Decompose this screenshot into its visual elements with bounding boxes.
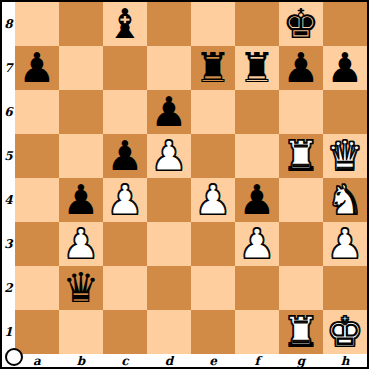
square-h2[interactable] bbox=[323, 266, 367, 310]
square-b3[interactable]: ♟ bbox=[59, 222, 103, 266]
rank-label-5: 5 bbox=[2, 134, 15, 178]
square-h3[interactable]: ♟ bbox=[323, 222, 367, 266]
white-pawn: ♟ bbox=[63, 224, 100, 265]
square-h6[interactable] bbox=[323, 90, 367, 134]
square-a3[interactable] bbox=[15, 222, 59, 266]
square-f2[interactable] bbox=[235, 266, 279, 310]
square-d2[interactable] bbox=[147, 266, 191, 310]
square-d5[interactable]: ♟ bbox=[147, 134, 191, 178]
black-pawn: ♟ bbox=[19, 48, 56, 89]
black-pawn: ♟ bbox=[327, 48, 364, 89]
black-queen: ♛ bbox=[63, 268, 100, 309]
rank-label-4: 4 bbox=[2, 178, 15, 222]
square-b1[interactable] bbox=[59, 310, 103, 354]
square-f8[interactable] bbox=[235, 2, 279, 46]
white-knight: ♞ bbox=[327, 180, 364, 221]
square-g5[interactable]: ♜ bbox=[279, 134, 323, 178]
square-a6[interactable] bbox=[15, 90, 59, 134]
square-f6[interactable] bbox=[235, 90, 279, 134]
square-b6[interactable] bbox=[59, 90, 103, 134]
square-a2[interactable] bbox=[15, 266, 59, 310]
white-pawn: ♟ bbox=[239, 224, 276, 265]
white-pawn: ♟ bbox=[195, 180, 232, 221]
square-e7[interactable]: ♜ bbox=[191, 46, 235, 90]
square-a5[interactable] bbox=[15, 134, 59, 178]
square-e8[interactable] bbox=[191, 2, 235, 46]
square-e5[interactable] bbox=[191, 134, 235, 178]
white-pawn: ♟ bbox=[327, 224, 364, 265]
square-g6[interactable] bbox=[279, 90, 323, 134]
black-king: ♚ bbox=[283, 4, 320, 45]
square-e2[interactable] bbox=[191, 266, 235, 310]
square-e1[interactable] bbox=[191, 310, 235, 354]
square-d3[interactable] bbox=[147, 222, 191, 266]
square-g8[interactable]: ♚ bbox=[279, 2, 323, 46]
black-rook: ♜ bbox=[195, 48, 232, 89]
square-e4[interactable]: ♟ bbox=[191, 178, 235, 222]
square-b5[interactable] bbox=[59, 134, 103, 178]
square-f4[interactable]: ♟ bbox=[235, 178, 279, 222]
chess-board: 8♝♚7♟♜♜♟♟6♟5♟♟♜♛4♟♟♟♟♞3♟♟♟2♛1♜♚abcdefgh bbox=[0, 0, 369, 369]
square-f1[interactable] bbox=[235, 310, 279, 354]
square-g2[interactable] bbox=[279, 266, 323, 310]
square-g4[interactable] bbox=[279, 178, 323, 222]
square-g1[interactable]: ♜ bbox=[279, 310, 323, 354]
rank-label-8: 8 bbox=[2, 2, 15, 46]
square-f5[interactable] bbox=[235, 134, 279, 178]
square-h8[interactable] bbox=[323, 2, 367, 46]
square-c2[interactable] bbox=[103, 266, 147, 310]
square-d7[interactable] bbox=[147, 46, 191, 90]
file-label-g: g bbox=[279, 354, 323, 367]
square-g3[interactable] bbox=[279, 222, 323, 266]
square-b8[interactable] bbox=[59, 2, 103, 46]
white-to-move-indicator bbox=[5, 348, 23, 366]
white-pawn: ♟ bbox=[107, 180, 144, 221]
white-pawn: ♟ bbox=[151, 136, 188, 177]
square-d6[interactable]: ♟ bbox=[147, 90, 191, 134]
white-rook: ♜ bbox=[283, 312, 320, 353]
square-b7[interactable] bbox=[59, 46, 103, 90]
white-king: ♚ bbox=[327, 312, 364, 353]
black-pawn: ♟ bbox=[151, 92, 188, 133]
square-d1[interactable] bbox=[147, 310, 191, 354]
black-pawn: ♟ bbox=[283, 48, 320, 89]
square-h7[interactable]: ♟ bbox=[323, 46, 367, 90]
file-label-d: d bbox=[147, 354, 191, 367]
square-a8[interactable] bbox=[15, 2, 59, 46]
square-b2[interactable]: ♛ bbox=[59, 266, 103, 310]
square-e3[interactable] bbox=[191, 222, 235, 266]
square-d4[interactable] bbox=[147, 178, 191, 222]
square-a7[interactable]: ♟ bbox=[15, 46, 59, 90]
file-label-e: e bbox=[191, 354, 235, 367]
file-label-h: h bbox=[323, 354, 367, 367]
square-c7[interactable] bbox=[103, 46, 147, 90]
white-queen: ♛ bbox=[327, 136, 364, 177]
square-c1[interactable] bbox=[103, 310, 147, 354]
square-b4[interactable]: ♟ bbox=[59, 178, 103, 222]
black-bishop: ♝ bbox=[107, 4, 144, 45]
black-pawn: ♟ bbox=[239, 180, 276, 221]
file-label-b: b bbox=[59, 354, 103, 367]
black-rook: ♜ bbox=[239, 48, 276, 89]
square-a1[interactable] bbox=[15, 310, 59, 354]
rank-label-2: 2 bbox=[2, 266, 15, 310]
square-h4[interactable]: ♞ bbox=[323, 178, 367, 222]
square-c4[interactable]: ♟ bbox=[103, 178, 147, 222]
square-c5[interactable]: ♟ bbox=[103, 134, 147, 178]
rank-label-3: 3 bbox=[2, 222, 15, 266]
square-c8[interactable]: ♝ bbox=[103, 2, 147, 46]
square-h1[interactable]: ♚ bbox=[323, 310, 367, 354]
file-label-f: f bbox=[235, 354, 279, 367]
file-label-c: c bbox=[103, 354, 147, 367]
square-d8[interactable] bbox=[147, 2, 191, 46]
square-c3[interactable] bbox=[103, 222, 147, 266]
rank-label-6: 6 bbox=[2, 90, 15, 134]
square-c6[interactable] bbox=[103, 90, 147, 134]
square-g7[interactable]: ♟ bbox=[279, 46, 323, 90]
square-f7[interactable]: ♜ bbox=[235, 46, 279, 90]
square-h5[interactable]: ♛ bbox=[323, 134, 367, 178]
black-pawn: ♟ bbox=[107, 136, 144, 177]
square-a4[interactable] bbox=[15, 178, 59, 222]
black-pawn: ♟ bbox=[63, 180, 100, 221]
square-f3[interactable]: ♟ bbox=[235, 222, 279, 266]
rank-label-7: 7 bbox=[2, 46, 15, 90]
square-e6[interactable] bbox=[191, 90, 235, 134]
white-rook: ♜ bbox=[283, 136, 320, 177]
